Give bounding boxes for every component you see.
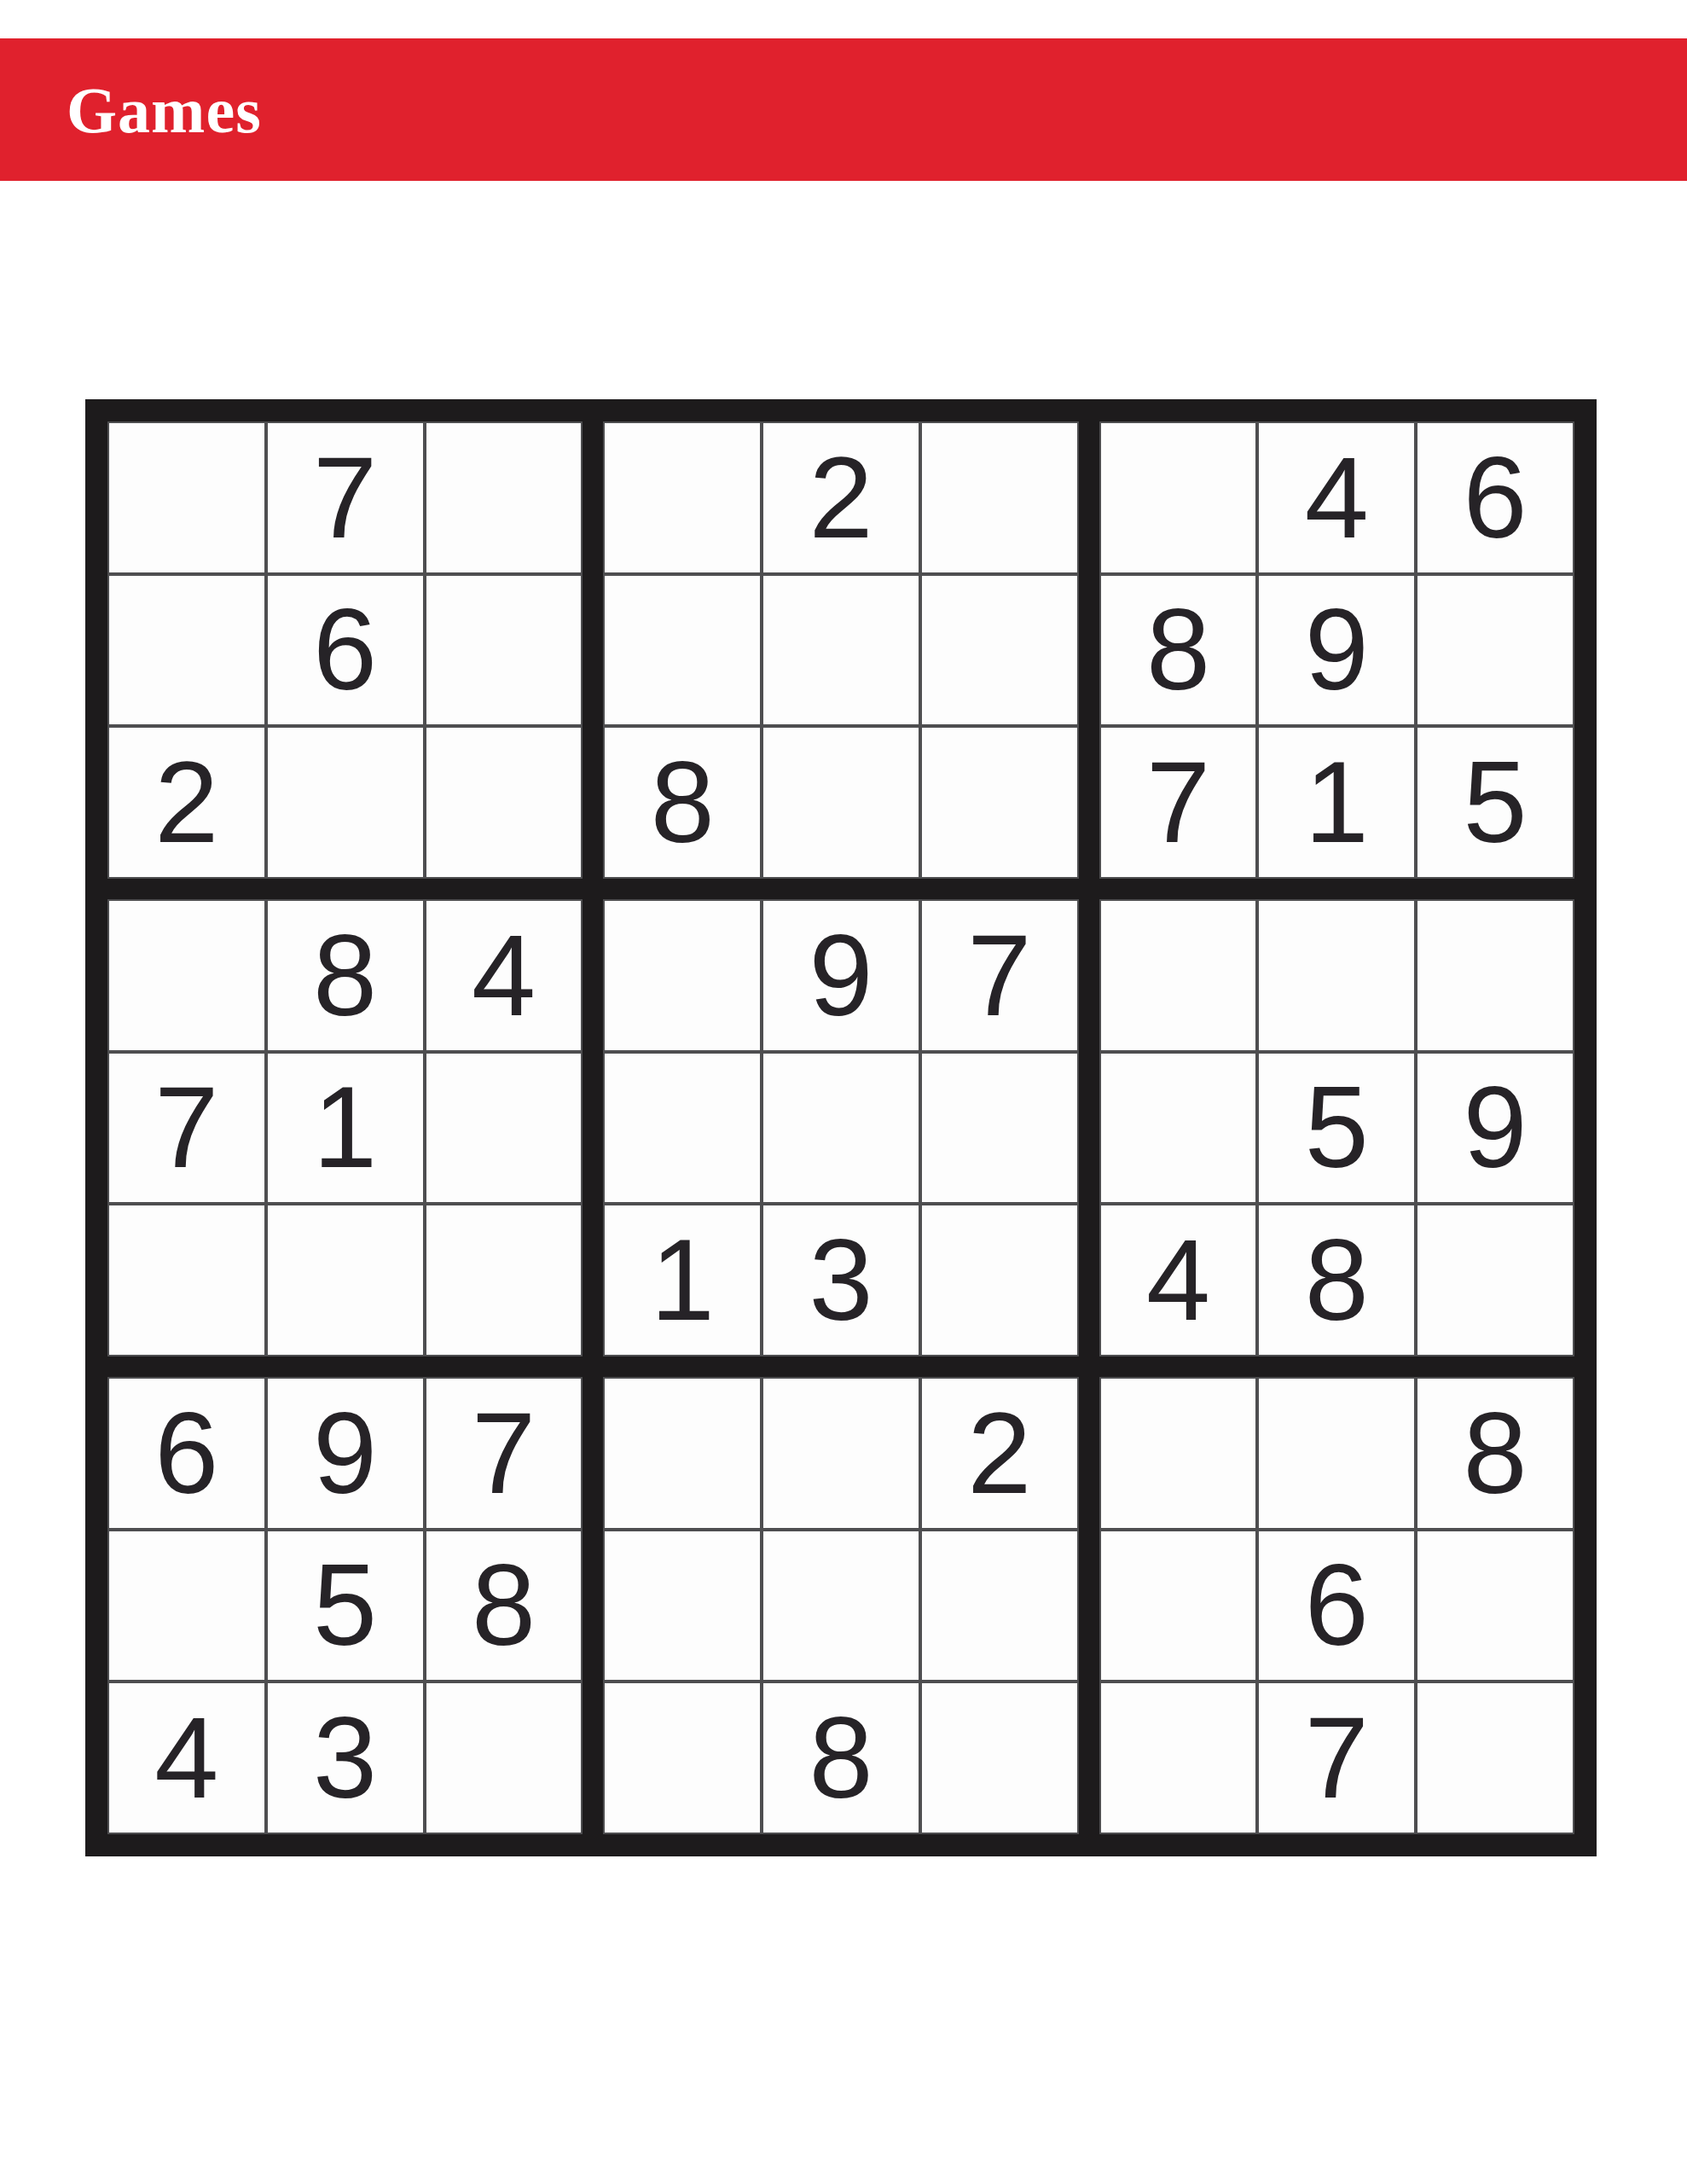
sudoku-cell-r9c4[interactable] (603, 1682, 762, 1834)
sudoku-cell-r9c5[interactable]: 8 (762, 1682, 920, 1834)
sudoku-box-9: 867 (1089, 1367, 1585, 1844)
sudoku-cell-r4c2[interactable]: 8 (266, 899, 425, 1052)
sudoku-cell-r9c2[interactable]: 3 (266, 1682, 425, 1834)
sudoku-cell-r1c6[interactable] (920, 421, 1079, 574)
sudoku-cell-r2c9[interactable] (1416, 574, 1574, 727)
sudoku-cell-r5c9[interactable]: 9 (1416, 1052, 1574, 1205)
sudoku-cell-r6c5[interactable]: 3 (762, 1204, 920, 1356)
sudoku-cell-r5c3[interactable] (425, 1052, 583, 1205)
sudoku-cell-r5c4[interactable] (603, 1052, 762, 1205)
sudoku-cell-r5c6[interactable] (920, 1052, 1079, 1205)
sudoku-cell-r5c2[interactable]: 1 (266, 1052, 425, 1205)
sudoku-cell-r1c3[interactable] (425, 421, 583, 574)
sudoku-cell-r6c9[interactable] (1416, 1204, 1574, 1356)
page-title: Games (0, 78, 262, 142)
sudoku-cell-r2c5[interactable] (762, 574, 920, 727)
page: { "game": "sudoku", "position": ".7..2..… (0, 0, 1687, 2184)
sudoku-cell-r8c6[interactable] (920, 1530, 1079, 1682)
sudoku-cell-r1c9[interactable]: 6 (1416, 421, 1574, 574)
sudoku-cell-r1c1[interactable] (107, 421, 266, 574)
sudoku-box-1: 762 (97, 411, 593, 889)
sudoku-cell-r6c3[interactable] (425, 1204, 583, 1356)
sudoku-cell-r3c9[interactable]: 5 (1416, 726, 1574, 879)
sudoku-cell-r8c1[interactable] (107, 1530, 266, 1682)
sudoku-cell-r4c9[interactable] (1416, 899, 1574, 1052)
sudoku-cell-r8c4[interactable] (603, 1530, 762, 1682)
sudoku-cell-r9c8[interactable]: 7 (1257, 1682, 1416, 1834)
sudoku-cell-r3c3[interactable] (425, 726, 583, 879)
sudoku-cell-r9c3[interactable] (425, 1682, 583, 1834)
sudoku-cell-r5c7[interactable] (1099, 1052, 1258, 1205)
sudoku-cell-r5c5[interactable] (762, 1052, 920, 1205)
sudoku-cell-r4c8[interactable] (1257, 899, 1416, 1052)
sudoku-cell-r4c3[interactable]: 4 (425, 899, 583, 1052)
sudoku-cell-r4c5[interactable]: 9 (762, 899, 920, 1052)
sudoku-cell-r1c4[interactable] (603, 421, 762, 574)
sudoku-cell-r8c2[interactable]: 5 (266, 1530, 425, 1682)
sudoku-cell-r5c8[interactable]: 5 (1257, 1052, 1416, 1205)
sudoku-cell-r7c5[interactable] (762, 1377, 920, 1530)
sudoku-cell-r9c7[interactable] (1099, 1682, 1258, 1834)
sudoku-cell-r8c7[interactable] (1099, 1530, 1258, 1682)
sudoku-cell-r3c7[interactable]: 7 (1099, 726, 1258, 879)
sudoku-cell-r7c1[interactable]: 6 (107, 1377, 266, 1530)
sudoku-cell-r3c1[interactable]: 2 (107, 726, 266, 879)
sudoku-cell-r1c7[interactable] (1099, 421, 1258, 574)
sudoku-cell-r8c9[interactable] (1416, 1530, 1574, 1682)
sudoku-box-2: 28 (593, 411, 1088, 889)
sudoku-cell-r9c6[interactable] (920, 1682, 1079, 1834)
sudoku-cell-r4c1[interactable] (107, 899, 266, 1052)
sudoku-cell-r8c3[interactable]: 8 (425, 1530, 583, 1682)
sudoku-box-6: 5948 (1089, 889, 1585, 1367)
sudoku-cell-r2c1[interactable] (107, 574, 266, 727)
sudoku-cell-r7c2[interactable]: 9 (266, 1377, 425, 1530)
sudoku-box-3: 4689715 (1089, 411, 1585, 889)
sudoku-cell-r2c2[interactable]: 6 (266, 574, 425, 727)
sudoku-box-8: 28 (593, 1367, 1088, 1844)
sudoku-cell-r2c6[interactable] (920, 574, 1079, 727)
sudoku-cell-r6c4[interactable]: 1 (603, 1204, 762, 1356)
sudoku-cell-r7c7[interactable] (1099, 1377, 1258, 1530)
sudoku-cell-r4c7[interactable] (1099, 899, 1258, 1052)
sudoku-cell-r1c8[interactable]: 4 (1257, 421, 1416, 574)
sudoku-cell-r3c4[interactable]: 8 (603, 726, 762, 879)
sudoku-box-4: 8471 (97, 889, 593, 1367)
sudoku-cell-r6c8[interactable]: 8 (1257, 1204, 1416, 1356)
sudoku-box-7: 6975843 (97, 1367, 593, 1844)
sudoku-cell-r2c8[interactable]: 9 (1257, 574, 1416, 727)
sudoku-cell-r9c9[interactable] (1416, 1682, 1574, 1834)
sudoku-cell-r1c2[interactable]: 7 (266, 421, 425, 574)
sudoku-cell-r7c8[interactable] (1257, 1377, 1416, 1530)
sudoku-cell-r3c2[interactable] (266, 726, 425, 879)
sudoku-cell-r6c7[interactable]: 4 (1099, 1204, 1258, 1356)
sudoku-box-5: 9713 (593, 889, 1088, 1367)
sudoku-cell-r3c6[interactable] (920, 726, 1079, 879)
sudoku-cell-r2c4[interactable] (603, 574, 762, 727)
sudoku-cell-r9c1[interactable]: 4 (107, 1682, 266, 1834)
sudoku-cell-r7c9[interactable]: 8 (1416, 1377, 1574, 1530)
sudoku-cell-r8c5[interactable] (762, 1530, 920, 1682)
sudoku-cell-r2c7[interactable]: 8 (1099, 574, 1258, 727)
sudoku-cell-r6c6[interactable] (920, 1204, 1079, 1356)
sudoku-cell-r8c8[interactable]: 6 (1257, 1530, 1416, 1682)
sudoku-cell-r6c1[interactable] (107, 1204, 266, 1356)
sudoku-cell-r6c2[interactable] (266, 1204, 425, 1356)
sudoku-cell-r7c6[interactable]: 2 (920, 1377, 1079, 1530)
sudoku-cell-r7c4[interactable] (603, 1377, 762, 1530)
sudoku-cell-r3c5[interactable] (762, 726, 920, 879)
sudoku-cell-r4c4[interactable] (603, 899, 762, 1052)
sudoku-cell-r5c1[interactable]: 7 (107, 1052, 266, 1205)
sudoku-cell-r4c6[interactable]: 7 (920, 899, 1079, 1052)
sudoku-cell-r7c3[interactable]: 7 (425, 1377, 583, 1530)
sudoku-cell-r2c3[interactable] (425, 574, 583, 727)
sudoku-cell-r1c5[interactable]: 2 (762, 421, 920, 574)
games-banner: Games (0, 38, 1687, 181)
sudoku-board: 762284689715847197135948697584328867 (85, 399, 1597, 1856)
sudoku-cell-r3c8[interactable]: 1 (1257, 726, 1416, 879)
